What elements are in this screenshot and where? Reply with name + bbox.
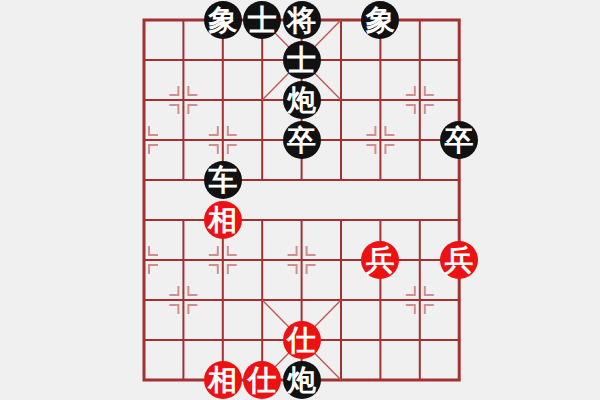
pieces-layer: 象士将象士炮卒卒车炮相兵兵仕相仕	[124, 0, 479, 400]
piece-black-chariot[interactable]: 车	[204, 161, 242, 199]
piece-red-soldier[interactable]: 兵	[440, 241, 478, 279]
piece-red-advisor[interactable]: 仕	[243, 361, 281, 399]
piece-red-advisor[interactable]: 仕	[283, 321, 321, 359]
piece-red-elephant[interactable]: 相	[204, 201, 242, 239]
xiangqi-board[interactable]: 象士将象士炮卒卒车炮相兵兵仕相仕	[0, 0, 600, 400]
piece-black-soldier[interactable]: 卒	[440, 121, 478, 159]
piece-black-elephant[interactable]: 象	[204, 1, 242, 39]
piece-black-general[interactable]: 将	[283, 1, 321, 39]
piece-black-soldier[interactable]: 卒	[283, 121, 321, 159]
piece-black-cannon[interactable]: 炮	[283, 81, 321, 119]
piece-red-elephant[interactable]: 相	[204, 361, 242, 399]
piece-black-advisor[interactable]: 士	[283, 41, 321, 79]
piece-black-cannon[interactable]: 炮	[283, 361, 321, 399]
piece-black-advisor[interactable]: 士	[243, 1, 281, 39]
piece-red-soldier[interactable]: 兵	[361, 241, 399, 279]
piece-black-elephant[interactable]: 象	[361, 1, 399, 39]
